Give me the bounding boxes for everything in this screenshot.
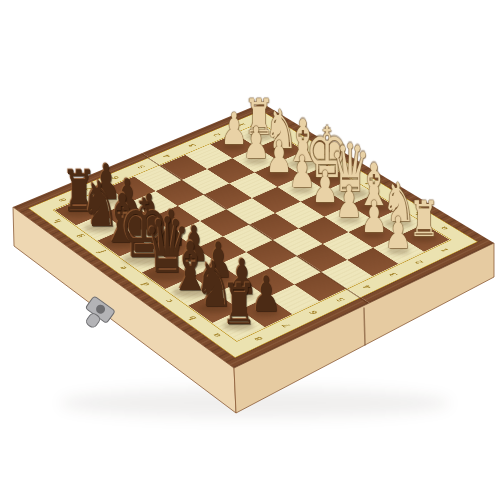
box-fold-seam xyxy=(364,308,365,346)
product-photo: aabbccddeeffgghh8877665544332211 ♜♟♞♟♝♟♚… xyxy=(0,0,500,500)
